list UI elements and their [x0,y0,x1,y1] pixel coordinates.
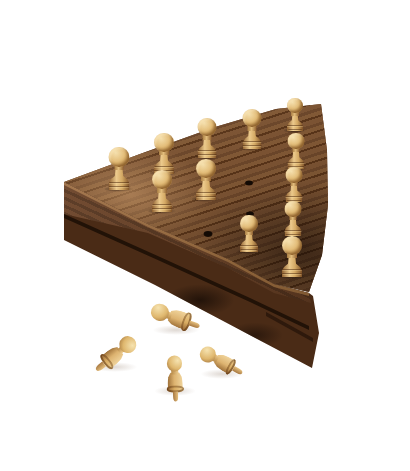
removed-peg-pin-tip [232,366,243,375]
peg-r3c2[interactable] [196,159,216,200]
peg-base-rings [285,228,302,236]
peg-r5c3[interactable] [286,167,303,202]
removed-pegs-layer [0,0,410,471]
peg-head [288,133,304,149]
peg-head [154,133,173,152]
peg-r4c1[interactable] [243,109,262,149]
peg-base-rings [196,190,216,200]
peg-head [287,98,302,113]
peg-base-rings [152,202,172,212]
removed-peg-pin-tip [173,392,178,402]
removed-peg-3[interactable] [165,355,186,403]
peg-r2c1[interactable] [154,133,174,174]
peg-head [240,215,257,232]
peg-head [285,201,301,217]
peg-r5c4[interactable] [285,201,302,236]
peg-head [109,147,129,167]
peg-r5c2[interactable] [288,133,305,169]
peg-base-rings [243,139,262,149]
peg-base-rings [198,148,217,158]
peg-r4c4[interactable] [240,215,258,252]
peg-r5c1[interactable] [287,98,303,131]
peg-base-rings [287,123,303,131]
peg-head [198,118,216,136]
peg-r1c1[interactable] [109,147,130,190]
peg-head [152,170,171,189]
removed-peg-pin-tip [188,320,200,329]
peg-head [243,109,261,127]
peg-head [286,167,302,183]
peg-base-rings [109,180,130,190]
removed-peg-head [166,355,183,372]
peg-base-rings [282,267,302,277]
peg-r2c2[interactable] [152,170,172,212]
peg-base-rings [240,243,258,252]
peg-head [196,159,215,178]
peg-head [282,236,301,255]
peg-r3c1[interactable] [198,118,217,158]
peg-r5c5[interactable] [282,236,302,277]
peg-solitaire-photo [0,0,410,471]
